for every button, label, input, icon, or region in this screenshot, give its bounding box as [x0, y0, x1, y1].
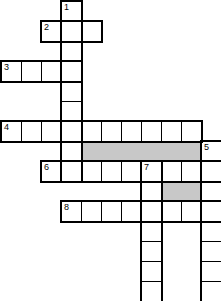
- cell-r1c3[interactable]: [61, 21, 82, 42]
- cell-r6c2[interactable]: [41, 121, 62, 142]
- cell-r8c2[interactable]: [41, 161, 62, 182]
- cell-r10c9[interactable]: [181, 201, 202, 222]
- crossword-grid: 12345678: [1, 1, 221, 301]
- cell-r10c8[interactable]: [161, 201, 182, 222]
- crossword-puzzle-image: 12345678: [0, 0, 221, 301]
- cell-r10c6[interactable]: [121, 201, 142, 222]
- cell-r8c10[interactable]: [201, 161, 221, 182]
- cell-r8c7[interactable]: [141, 161, 162, 182]
- cell-r6c7[interactable]: [141, 121, 162, 142]
- cell-r3c3[interactable]: [61, 61, 82, 82]
- cell-r6c9[interactable]: [181, 121, 202, 142]
- shaded-block: [161, 181, 202, 202]
- cell-r8c6[interactable]: [121, 161, 142, 182]
- cell-r3c0[interactable]: [1, 61, 22, 82]
- cell-r6c4[interactable]: [81, 121, 102, 142]
- shaded-block: [81, 141, 202, 162]
- cell-r10c10[interactable]: [201, 201, 221, 222]
- cell-r14c7[interactable]: [141, 281, 162, 301]
- cell-r13c10[interactable]: [201, 261, 221, 282]
- cell-r8c9[interactable]: [181, 161, 202, 182]
- cell-r14c10[interactable]: [201, 281, 221, 301]
- cell-r6c6[interactable]: [121, 121, 142, 142]
- cell-r0c3[interactable]: [61, 1, 82, 22]
- cell-r9c7[interactable]: [141, 181, 162, 202]
- cell-r5c3[interactable]: [61, 101, 82, 122]
- cell-r6c8[interactable]: [161, 121, 182, 142]
- cell-r8c4[interactable]: [81, 161, 102, 182]
- cell-r6c1[interactable]: [21, 121, 42, 142]
- cell-r6c0[interactable]: [1, 121, 22, 142]
- cell-r9c10[interactable]: [201, 181, 221, 202]
- cell-r6c5[interactable]: [101, 121, 122, 142]
- cell-r8c5[interactable]: [101, 161, 122, 182]
- cell-r7c3[interactable]: [61, 141, 82, 162]
- cell-r1c2[interactable]: [41, 21, 62, 42]
- cell-r6c3[interactable]: [61, 121, 82, 142]
- cell-r10c5[interactable]: [101, 201, 122, 222]
- cell-r3c2[interactable]: [41, 61, 62, 82]
- cell-r10c3[interactable]: [61, 201, 82, 222]
- cell-r2c3[interactable]: [61, 41, 82, 62]
- cell-r7c10[interactable]: [201, 141, 221, 162]
- cell-r1c4[interactable]: [81, 21, 102, 42]
- cell-r3c1[interactable]: [21, 61, 42, 82]
- cell-r8c3[interactable]: [61, 161, 82, 182]
- cell-r11c7[interactable]: [141, 221, 162, 242]
- cell-r10c7[interactable]: [141, 201, 162, 222]
- cell-r13c7[interactable]: [141, 261, 162, 282]
- cell-r10c4[interactable]: [81, 201, 102, 222]
- cell-r12c7[interactable]: [141, 241, 162, 262]
- cell-r11c10[interactable]: [201, 221, 221, 242]
- cell-r4c3[interactable]: [61, 81, 82, 102]
- cell-r8c8[interactable]: [161, 161, 182, 182]
- cell-r12c10[interactable]: [201, 241, 221, 262]
